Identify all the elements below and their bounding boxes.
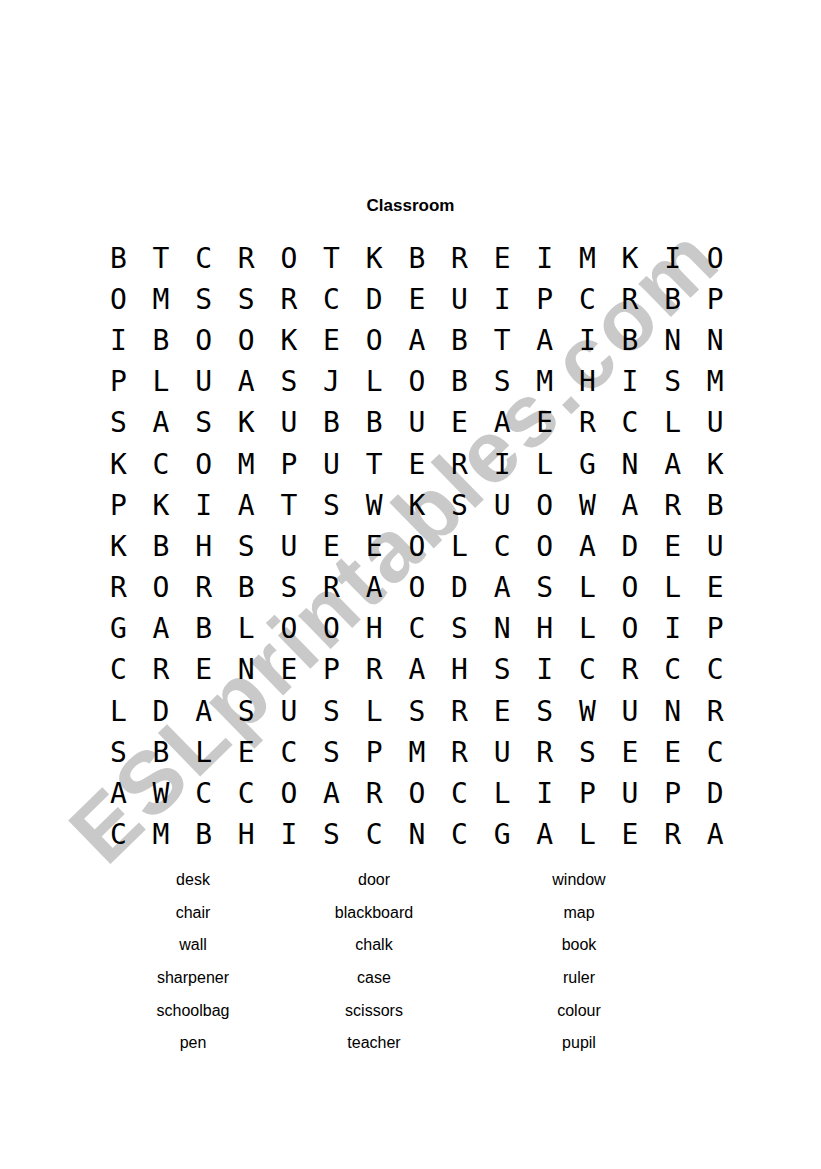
grid-cell-r15c11: A bbox=[523, 815, 566, 856]
grid-cell-r12c5: U bbox=[268, 691, 311, 732]
grid-cell-r1c9: R bbox=[438, 238, 481, 279]
grid-cell-r15c13: E bbox=[609, 815, 652, 856]
grid-cell-r11c14: C bbox=[651, 650, 694, 691]
grid-cell-r12c10: E bbox=[481, 691, 524, 732]
word-item-pen: pen bbox=[83, 1027, 303, 1060]
grid-cell-r5c3: S bbox=[182, 403, 225, 444]
grid-cell-r4c15: M bbox=[694, 362, 737, 403]
grid-cell-r5c10: A bbox=[481, 403, 524, 444]
word-item-blackboard: blackboard bbox=[303, 897, 445, 930]
grid-cell-r3c14: N bbox=[651, 320, 694, 361]
grid-cell-r9c13: O bbox=[609, 568, 652, 609]
grid-cell-r5c1: S bbox=[97, 403, 140, 444]
grid-cell-r11c10: S bbox=[481, 650, 524, 691]
grid-cell-r4c5: S bbox=[268, 362, 311, 403]
grid-cell-r9c11: S bbox=[523, 568, 566, 609]
grid-cell-r14c12: P bbox=[566, 773, 609, 814]
grid-cell-r12c14: N bbox=[651, 691, 694, 732]
grid-cell-r9c1: R bbox=[97, 568, 140, 609]
grid-cell-r12c7: L bbox=[353, 691, 396, 732]
grid-cell-r3c10: T bbox=[481, 320, 524, 361]
grid-cell-r14c13: U bbox=[609, 773, 652, 814]
grid-cell-r2c2: M bbox=[140, 279, 183, 320]
word-item-schoolbag: schoolbag bbox=[83, 994, 303, 1027]
grid-cell-r13c1: S bbox=[97, 732, 140, 773]
grid-cell-r5c8: U bbox=[395, 403, 438, 444]
word-item-sharpener: sharpener bbox=[83, 962, 303, 995]
grid-cell-r5c7: B bbox=[353, 403, 396, 444]
grid-cell-r1c6: T bbox=[310, 238, 353, 279]
grid-cell-r14c15: D bbox=[694, 773, 737, 814]
word-item-wall: wall bbox=[83, 929, 303, 962]
grid-cell-r2c6: C bbox=[310, 279, 353, 320]
grid-cell-r13c8: M bbox=[395, 732, 438, 773]
grid-cell-r3c7: O bbox=[353, 320, 396, 361]
grid-cell-r4c6: J bbox=[310, 362, 353, 403]
grid-cell-r6c4: M bbox=[225, 444, 268, 485]
grid-cell-r3c1: I bbox=[97, 320, 140, 361]
grid-cell-r5c13: C bbox=[609, 403, 652, 444]
grid-cell-r14c10: L bbox=[481, 773, 524, 814]
grid-cell-r14c5: O bbox=[268, 773, 311, 814]
grid-cell-r10c15: P bbox=[694, 609, 737, 650]
grid-cell-r11c7: R bbox=[353, 650, 396, 691]
grid-cell-r7c4: A bbox=[225, 485, 268, 526]
grid-cell-r7c13: A bbox=[609, 485, 652, 526]
grid-cell-r2c5: R bbox=[268, 279, 311, 320]
grid-cell-r11c4: N bbox=[225, 650, 268, 691]
word-item-door: door bbox=[303, 864, 445, 897]
grid-cell-r11c11: I bbox=[523, 650, 566, 691]
grid-cell-r10c6: O bbox=[310, 609, 353, 650]
grid-cell-r12c11: S bbox=[523, 691, 566, 732]
grid-cell-r4c7: L bbox=[353, 362, 396, 403]
grid-cell-r9c14: L bbox=[651, 568, 694, 609]
grid-cell-r3c15: N bbox=[694, 320, 737, 361]
word-item-desk: desk bbox=[83, 864, 303, 897]
grid-cell-r15c1: C bbox=[97, 815, 140, 856]
grid-cell-r9c4: B bbox=[225, 568, 268, 609]
grid-cell-r4c9: B bbox=[438, 362, 481, 403]
grid-cell-r6c3: O bbox=[182, 444, 225, 485]
worksheet-page: ESLprintables.com Classroom BTCROTKBREIM… bbox=[0, 0, 821, 1169]
grid-cell-r6c2: C bbox=[140, 444, 183, 485]
grid-cell-r10c4: L bbox=[225, 609, 268, 650]
grid-cell-r1c10: E bbox=[481, 238, 524, 279]
grid-cell-r2c9: U bbox=[438, 279, 481, 320]
grid-cell-r2c8: E bbox=[395, 279, 438, 320]
grid-cell-r3c13: B bbox=[609, 320, 652, 361]
word-search-grid: BTCROTKBREIMKIOOMSSRCDEUIPCRBPIBOOKEOABT… bbox=[97, 238, 737, 856]
word-item-book: book bbox=[445, 929, 713, 962]
grid-cell-r11c15: C bbox=[694, 650, 737, 691]
grid-cell-r6c6: U bbox=[310, 444, 353, 485]
grid-cell-r9c7: A bbox=[353, 568, 396, 609]
grid-cell-r10c1: G bbox=[97, 609, 140, 650]
word-item-case: case bbox=[303, 962, 445, 995]
grid-cell-r15c15: A bbox=[694, 815, 737, 856]
grid-cell-r7c6: S bbox=[310, 485, 353, 526]
grid-cell-r7c15: B bbox=[694, 485, 737, 526]
grid-cell-r4c11: M bbox=[523, 362, 566, 403]
grid-cell-r7c3: I bbox=[182, 485, 225, 526]
grid-cell-r6c1: K bbox=[97, 444, 140, 485]
grid-cell-r5c9: E bbox=[438, 403, 481, 444]
word-item-chalk: chalk bbox=[303, 929, 445, 962]
grid-cell-r3c6: E bbox=[310, 320, 353, 361]
grid-cell-r2c15: P bbox=[694, 279, 737, 320]
grid-cell-r1c11: I bbox=[523, 238, 566, 279]
grid-cell-r7c12: W bbox=[566, 485, 609, 526]
grid-cell-r10c14: I bbox=[651, 609, 694, 650]
grid-cell-r6c8: E bbox=[395, 444, 438, 485]
grid-cell-r15c7: C bbox=[353, 815, 396, 856]
grid-cell-r13c15: C bbox=[694, 732, 737, 773]
grid-cell-r9c2: O bbox=[140, 568, 183, 609]
grid-cell-r1c3: C bbox=[182, 238, 225, 279]
grid-cell-r4c3: U bbox=[182, 362, 225, 403]
grid-cell-r8c12: A bbox=[566, 526, 609, 567]
grid-cell-r1c15: O bbox=[694, 238, 737, 279]
word-item-teacher: teacher bbox=[303, 1027, 445, 1060]
grid-cell-r9c8: O bbox=[395, 568, 438, 609]
grid-cell-r9c15: E bbox=[694, 568, 737, 609]
grid-cell-r10c10: N bbox=[481, 609, 524, 650]
grid-cell-r14c2: W bbox=[140, 773, 183, 814]
grid-cell-r3c2: B bbox=[140, 320, 183, 361]
grid-cell-r9c9: D bbox=[438, 568, 481, 609]
grid-cell-r5c14: L bbox=[651, 403, 694, 444]
grid-cell-r14c14: P bbox=[651, 773, 694, 814]
grid-cell-r10c3: B bbox=[182, 609, 225, 650]
grid-cell-r8c1: K bbox=[97, 526, 140, 567]
grid-cell-r8c8: O bbox=[395, 526, 438, 567]
grid-cell-r2c1: O bbox=[97, 279, 140, 320]
grid-cell-r5c5: U bbox=[268, 403, 311, 444]
grid-cell-r1c5: O bbox=[268, 238, 311, 279]
grid-cell-r12c15: R bbox=[694, 691, 737, 732]
grid-cell-r4c8: O bbox=[395, 362, 438, 403]
grid-cell-r3c12: I bbox=[566, 320, 609, 361]
grid-cell-r2c3: S bbox=[182, 279, 225, 320]
grid-cell-r5c15: U bbox=[694, 403, 737, 444]
grid-cell-r8c6: E bbox=[310, 526, 353, 567]
grid-cell-r13c12: S bbox=[566, 732, 609, 773]
grid-cell-r5c11: E bbox=[523, 403, 566, 444]
grid-cell-r13c10: U bbox=[481, 732, 524, 773]
puzzle-title: Classroom bbox=[0, 196, 821, 216]
grid-cell-r2c13: R bbox=[609, 279, 652, 320]
grid-cell-r12c8: S bbox=[395, 691, 438, 732]
grid-cell-r14c4: C bbox=[225, 773, 268, 814]
grid-cell-r4c2: L bbox=[140, 362, 183, 403]
grid-cell-r11c13: R bbox=[609, 650, 652, 691]
grid-cell-r1c8: B bbox=[395, 238, 438, 279]
grid-cell-r14c9: C bbox=[438, 773, 481, 814]
grid-cell-r8c7: E bbox=[353, 526, 396, 567]
grid-cell-r7c11: O bbox=[523, 485, 566, 526]
word-item-scissors: scissors bbox=[303, 994, 445, 1027]
grid-cell-r9c12: L bbox=[566, 568, 609, 609]
grid-cell-r1c7: K bbox=[353, 238, 396, 279]
grid-cell-r15c10: G bbox=[481, 815, 524, 856]
grid-cell-r7c10: U bbox=[481, 485, 524, 526]
grid-cell-r8c13: D bbox=[609, 526, 652, 567]
grid-cell-r14c11: I bbox=[523, 773, 566, 814]
grid-cell-r13c2: B bbox=[140, 732, 183, 773]
grid-cell-r15c2: M bbox=[140, 815, 183, 856]
grid-cell-r6c9: R bbox=[438, 444, 481, 485]
grid-cell-r10c13: O bbox=[609, 609, 652, 650]
grid-cell-r12c9: R bbox=[438, 691, 481, 732]
word-item-map: map bbox=[445, 897, 713, 930]
grid-cell-r8c5: U bbox=[268, 526, 311, 567]
grid-cell-r3c11: A bbox=[523, 320, 566, 361]
grid-cell-r15c4: H bbox=[225, 815, 268, 856]
grid-cell-r13c5: C bbox=[268, 732, 311, 773]
grid-cell-r13c9: R bbox=[438, 732, 481, 773]
word-item-colour: colour bbox=[445, 994, 713, 1027]
grid-cell-r11c6: P bbox=[310, 650, 353, 691]
grid-cell-r3c3: O bbox=[182, 320, 225, 361]
grid-cell-r15c14: R bbox=[651, 815, 694, 856]
grid-cell-r14c3: C bbox=[182, 773, 225, 814]
grid-cell-r9c10: A bbox=[481, 568, 524, 609]
grid-cell-r11c3: E bbox=[182, 650, 225, 691]
grid-cell-r4c10: S bbox=[481, 362, 524, 403]
grid-cell-r5c12: R bbox=[566, 403, 609, 444]
grid-cell-r2c7: D bbox=[353, 279, 396, 320]
grid-cell-r8c10: C bbox=[481, 526, 524, 567]
grid-cell-r14c1: A bbox=[97, 773, 140, 814]
grid-cell-r4c13: I bbox=[609, 362, 652, 403]
grid-cell-r10c9: S bbox=[438, 609, 481, 650]
grid-cell-r13c3: L bbox=[182, 732, 225, 773]
grid-cell-r1c14: I bbox=[651, 238, 694, 279]
grid-cell-r6c14: A bbox=[651, 444, 694, 485]
grid-cell-r8c15: U bbox=[694, 526, 737, 567]
grid-cell-r12c1: L bbox=[97, 691, 140, 732]
grid-cell-r12c12: W bbox=[566, 691, 609, 732]
grid-cell-r3c8: A bbox=[395, 320, 438, 361]
grid-cell-r9c3: R bbox=[182, 568, 225, 609]
grid-cell-r1c1: B bbox=[97, 238, 140, 279]
grid-cell-r15c6: S bbox=[310, 815, 353, 856]
grid-cell-r14c6: A bbox=[310, 773, 353, 814]
grid-cell-r6c5: P bbox=[268, 444, 311, 485]
grid-cell-r1c2: T bbox=[140, 238, 183, 279]
grid-cell-r8c2: B bbox=[140, 526, 183, 567]
grid-cell-r8c11: O bbox=[523, 526, 566, 567]
grid-cell-r11c9: H bbox=[438, 650, 481, 691]
grid-cell-r12c13: U bbox=[609, 691, 652, 732]
grid-cell-r11c5: E bbox=[268, 650, 311, 691]
grid-cell-r6c12: G bbox=[566, 444, 609, 485]
grid-cell-r2c14: B bbox=[651, 279, 694, 320]
grid-cell-r7c1: P bbox=[97, 485, 140, 526]
grid-cell-r10c2: A bbox=[140, 609, 183, 650]
grid-cell-r7c9: S bbox=[438, 485, 481, 526]
grid-cell-r15c3: B bbox=[182, 815, 225, 856]
grid-cell-r11c8: A bbox=[395, 650, 438, 691]
grid-cell-r8c4: S bbox=[225, 526, 268, 567]
grid-cell-r14c7: R bbox=[353, 773, 396, 814]
grid-cell-r11c1: C bbox=[97, 650, 140, 691]
grid-cell-r12c3: A bbox=[182, 691, 225, 732]
grid-cell-r8c14: E bbox=[651, 526, 694, 567]
grid-cell-r13c13: E bbox=[609, 732, 652, 773]
word-item-window: window bbox=[445, 864, 713, 897]
word-item-chair: chair bbox=[83, 897, 303, 930]
grid-cell-r13c11: R bbox=[523, 732, 566, 773]
word-list: deskdoorwindowchairblackboardmapwallchal… bbox=[83, 864, 713, 1060]
grid-cell-r13c4: E bbox=[225, 732, 268, 773]
grid-cell-r5c4: K bbox=[225, 403, 268, 444]
grid-cell-r3c4: O bbox=[225, 320, 268, 361]
grid-cell-r10c12: L bbox=[566, 609, 609, 650]
grid-cell-r6c15: K bbox=[694, 444, 737, 485]
grid-cell-r2c4: S bbox=[225, 279, 268, 320]
grid-cell-r3c5: K bbox=[268, 320, 311, 361]
grid-cell-r14c8: O bbox=[395, 773, 438, 814]
grid-cell-r4c4: A bbox=[225, 362, 268, 403]
grid-cell-r15c8: N bbox=[395, 815, 438, 856]
grid-cell-r6c11: L bbox=[523, 444, 566, 485]
grid-cell-r3c9: B bbox=[438, 320, 481, 361]
grid-cell-r2c12: C bbox=[566, 279, 609, 320]
grid-cell-r12c4: S bbox=[225, 691, 268, 732]
grid-cell-r10c8: C bbox=[395, 609, 438, 650]
grid-cell-r15c5: I bbox=[268, 815, 311, 856]
grid-cell-r10c7: H bbox=[353, 609, 396, 650]
grid-cell-r13c7: P bbox=[353, 732, 396, 773]
grid-cell-r5c2: A bbox=[140, 403, 183, 444]
grid-cell-r9c5: S bbox=[268, 568, 311, 609]
grid-cell-r6c10: I bbox=[481, 444, 524, 485]
grid-cell-r1c12: M bbox=[566, 238, 609, 279]
grid-cell-r4c14: S bbox=[651, 362, 694, 403]
grid-cell-r13c6: S bbox=[310, 732, 353, 773]
grid-cell-r6c13: N bbox=[609, 444, 652, 485]
grid-cell-r7c5: T bbox=[268, 485, 311, 526]
grid-cell-r12c6: S bbox=[310, 691, 353, 732]
grid-cell-r9c6: R bbox=[310, 568, 353, 609]
grid-cell-r11c12: C bbox=[566, 650, 609, 691]
grid-cell-r6c7: T bbox=[353, 444, 396, 485]
grid-cell-r7c8: K bbox=[395, 485, 438, 526]
grid-cell-r15c12: L bbox=[566, 815, 609, 856]
grid-cell-r7c7: W bbox=[353, 485, 396, 526]
grid-cell-r8c3: H bbox=[182, 526, 225, 567]
grid-cell-r5c6: B bbox=[310, 403, 353, 444]
grid-cell-r12c2: D bbox=[140, 691, 183, 732]
word-item-pupil: pupil bbox=[445, 1027, 713, 1060]
grid-cell-r13c14: E bbox=[651, 732, 694, 773]
grid-cell-r1c4: R bbox=[225, 238, 268, 279]
grid-cell-r15c9: C bbox=[438, 815, 481, 856]
grid-cell-r10c5: O bbox=[268, 609, 311, 650]
grid-cell-r4c12: H bbox=[566, 362, 609, 403]
grid-cell-r8c9: L bbox=[438, 526, 481, 567]
grid-cell-r7c14: R bbox=[651, 485, 694, 526]
grid-cell-r7c2: K bbox=[140, 485, 183, 526]
word-item-ruler: ruler bbox=[445, 962, 713, 995]
grid-cell-r11c2: R bbox=[140, 650, 183, 691]
grid-cell-r4c1: P bbox=[97, 362, 140, 403]
grid-cell-r2c10: I bbox=[481, 279, 524, 320]
grid-cell-r1c13: K bbox=[609, 238, 652, 279]
grid-cell-r10c11: H bbox=[523, 609, 566, 650]
grid-cell-r2c11: P bbox=[523, 279, 566, 320]
